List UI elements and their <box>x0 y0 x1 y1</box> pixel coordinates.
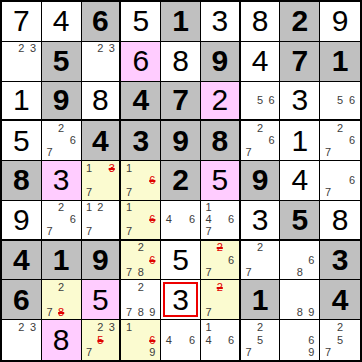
candidate-2: 2 <box>334 122 346 134</box>
cell-r1c8[interactable]: 2 <box>280 2 320 42</box>
given-digit: 4 <box>82 121 120 160</box>
cell-r2c2[interactable]: 5 <box>42 42 82 82</box>
cell-r8c4[interactable]: 2789 <box>121 280 161 320</box>
cell-r2c5[interactable]: 8 <box>161 42 201 82</box>
pencil-marks: 267 <box>241 121 280 160</box>
pencil-marks: 23 <box>2 42 41 81</box>
cell-r2c3[interactable]: 23 <box>82 42 122 82</box>
candidate-1: 1 <box>84 162 95 174</box>
eliminated-candidate-2: 2 <box>214 281 225 293</box>
candidate-4: 4 <box>203 214 214 226</box>
cell-r4c3[interactable]: 4 <box>82 121 122 161</box>
candidate-5: 5 <box>334 334 346 347</box>
pencil-marks: 67 <box>320 161 360 200</box>
given-digit: 9 <box>161 121 200 160</box>
candidate-6: 6 <box>306 254 318 266</box>
candidate-7: 7 <box>322 346 334 359</box>
cell-r5c9[interactable]: 67 <box>320 161 360 201</box>
cell-r2c6[interactable]: 9 <box>201 42 241 82</box>
cell-r5c3[interactable]: 137 <box>82 161 122 201</box>
candidate-6: 6 <box>186 334 198 347</box>
cell-r5c4[interactable]: 167 <box>121 161 161 201</box>
given-digit: 7 <box>280 42 319 81</box>
cell-r4c4[interactable]: 3 <box>121 121 161 161</box>
cell-r9c8[interactable]: 69 <box>280 320 320 360</box>
candidate-7: 7 <box>322 147 334 159</box>
candidate-1: 1 <box>123 202 135 214</box>
solved-digit: 3 <box>42 161 81 200</box>
pencil-marks: 257 <box>320 320 360 360</box>
candidate-6: 6 <box>67 214 79 226</box>
pencil-marks: 2789 <box>121 280 160 319</box>
candidate-2: 2 <box>16 321 28 334</box>
candidate-7: 7 <box>123 306 135 318</box>
given-digit: 8 <box>201 121 239 160</box>
cell-r9c2[interactable]: 8 <box>42 320 82 360</box>
cell-r1c6[interactable]: 3 <box>201 2 241 42</box>
given-digit: 9 <box>201 42 239 81</box>
candidate-3: 3 <box>106 321 117 334</box>
cell-r6c3[interactable]: 127 <box>82 201 122 241</box>
cell-r8c9[interactable]: 4 <box>320 280 360 320</box>
given-digit: 2 <box>280 2 319 41</box>
cell-r4c5[interactable]: 9 <box>161 121 201 161</box>
candidate-2: 2 <box>254 122 266 134</box>
pencil-marks: 27 <box>241 241 280 280</box>
pencil-marks: 27 <box>201 280 239 319</box>
solved-digit: 9 <box>320 2 360 41</box>
pencil-marks: 23 <box>2 320 41 360</box>
pencil-marks: 23 <box>82 42 120 81</box>
cell-r8c7[interactable]: 1 <box>241 280 281 320</box>
candidate-5: 5 <box>254 94 266 106</box>
eliminated-candidate-6: 6 <box>147 334 159 347</box>
given-digit: 5 <box>280 201 319 239</box>
candidate-2: 2 <box>55 122 67 134</box>
cell-r2c8[interactable]: 7 <box>280 42 320 82</box>
cell-r7c9[interactable]: 3 <box>320 241 360 281</box>
cell-r6c1[interactable]: 9 <box>2 201 42 241</box>
cell-r3c1[interactable]: 1 <box>2 82 42 122</box>
candidate-1: 1 <box>203 202 214 214</box>
candidate-7: 7 <box>243 346 255 359</box>
cell-r8c3[interactable]: 5 <box>82 280 122 320</box>
candidate-2: 2 <box>135 242 147 254</box>
candidate-6: 6 <box>346 174 358 186</box>
candidate-7: 7 <box>123 266 135 278</box>
cell-r5c2[interactable]: 3 <box>42 161 82 201</box>
cell-r1c4[interactable]: 5 <box>121 2 161 42</box>
given-digit: 3 <box>320 241 360 280</box>
given-digit: 9 <box>82 241 120 280</box>
cell-r1c9[interactable]: 9 <box>320 2 360 42</box>
given-digit: 1 <box>320 42 360 81</box>
candidate-9: 9 <box>147 346 159 359</box>
cell-r3c4[interactable]: 4 <box>121 82 161 122</box>
pencil-marks: 56 <box>320 82 360 120</box>
given-digit: 1 <box>161 2 200 41</box>
candidate-4: 4 <box>163 214 175 226</box>
solved-digit: 4 <box>280 161 319 200</box>
cell-r1c5[interactable]: 1 <box>161 2 201 42</box>
cell-r6c7[interactable]: 3 <box>241 201 281 241</box>
cell-r6c4[interactable]: 167 <box>121 201 161 241</box>
cell-r7c3[interactable]: 9 <box>82 241 122 281</box>
cell-r4c1[interactable]: 5 <box>2 121 42 161</box>
pencil-marks: 68 <box>280 241 319 280</box>
candidate-2: 2 <box>334 321 346 334</box>
given-digit: 3 <box>121 121 160 160</box>
candidate-7: 7 <box>84 187 95 199</box>
eliminated-candidate-6: 6 <box>147 174 159 186</box>
solved-digit: 8 <box>241 2 280 41</box>
solved-digit: 5 <box>82 280 120 319</box>
solved-digit: 5 <box>201 161 239 200</box>
given-digit: 2 <box>161 161 200 200</box>
pencil-marks: 169 <box>121 320 160 360</box>
pencil-marks: 137 <box>82 161 120 200</box>
cell-r8c6[interactable]: 27 <box>201 280 241 320</box>
eliminated-candidate-6: 6 <box>147 254 159 266</box>
cell-r1c3[interactable]: 6 <box>82 2 122 42</box>
eliminated-candidate-8: 8 <box>55 306 67 318</box>
pencil-marks: 69 <box>280 320 319 360</box>
solved-digit: 3 <box>201 2 239 41</box>
cell-r9c3[interactable]: 2357 <box>82 320 122 360</box>
cell-r6c6[interactable]: 1467 <box>201 201 241 241</box>
candidate-8: 8 <box>135 266 147 278</box>
cell-r3c3[interactable]: 8 <box>82 82 122 122</box>
pencil-marks: 267 <box>320 121 360 160</box>
cell-r1c7[interactable]: 8 <box>241 2 281 42</box>
cell-r5c8[interactable]: 4 <box>280 161 320 201</box>
candidate-3: 3 <box>27 43 39 55</box>
given-digit: 9 <box>241 161 280 200</box>
cell-r6c5[interactable]: 46 <box>161 201 201 241</box>
cell-r7c6[interactable]: 267 <box>201 241 241 281</box>
pencil-marks: 267 <box>201 241 239 280</box>
solved-digit: 3 <box>280 82 319 120</box>
given-digit: 4 <box>2 241 41 280</box>
candidate-4: 4 <box>163 334 175 347</box>
cell-r5c6[interactable]: 5 <box>201 161 241 201</box>
candidate-7: 7 <box>44 306 56 318</box>
cell-r7c1[interactable]: 4 <box>2 241 42 281</box>
cell-r3c8[interactable]: 3 <box>280 82 320 122</box>
candidate-7: 7 <box>243 147 255 159</box>
eliminated-candidate-2: 2 <box>214 242 225 254</box>
candidate-3: 3 <box>27 321 39 334</box>
given-digit: 7 <box>161 82 200 120</box>
solved-digit: 7 <box>2 2 41 41</box>
candidate-7: 7 <box>322 187 334 199</box>
pencil-marks: 56 <box>241 82 280 120</box>
candidate-6: 6 <box>346 94 358 106</box>
pencil-marks: 167 <box>121 201 160 239</box>
cell-r3c9[interactable]: 56 <box>320 82 360 122</box>
cell-r8c5[interactable]: 3 <box>161 280 201 320</box>
candidate-1: 1 <box>123 321 135 334</box>
cell-r8c8[interactable]: 89 <box>280 280 320 320</box>
candidate-5: 5 <box>254 334 266 347</box>
pencil-marks: 257 <box>241 320 280 360</box>
cell-r2c9[interactable]: 1 <box>320 42 360 82</box>
pencil-marks: 267 <box>42 201 81 239</box>
solved-digit: 5 <box>121 2 160 41</box>
solved-digit: 6 <box>121 42 160 81</box>
pencil-marks: 2357 <box>82 320 120 360</box>
cell-r5c7[interactable]: 9 <box>241 161 281 201</box>
solved-digit: 4 <box>42 2 81 41</box>
cell-r3c5[interactable]: 7 <box>161 82 201 122</box>
candidate-7: 7 <box>203 226 214 238</box>
cell-r5c1[interactable]: 8 <box>2 161 42 201</box>
candidate-6: 6 <box>266 135 278 147</box>
candidate-7: 7 <box>123 187 135 199</box>
solved-digit: 4 <box>241 42 280 81</box>
solved-digit: 8 <box>320 201 360 239</box>
candidate-7: 7 <box>84 346 95 359</box>
cell-r3c2[interactable]: 9 <box>42 82 82 122</box>
candidate-7: 7 <box>243 266 255 278</box>
cell-r8c1[interactable]: 6 <box>2 280 42 320</box>
given-digit: 4 <box>320 280 360 319</box>
candidate-1: 1 <box>203 321 214 334</box>
pencil-marks: 46 <box>161 320 200 360</box>
pencil-marks: 1467 <box>201 201 239 239</box>
candidate-3: 3 <box>106 43 117 55</box>
pencil-marks: 46 <box>161 201 200 239</box>
candidate-6: 6 <box>346 135 358 147</box>
candidate-8: 8 <box>135 306 147 318</box>
given-digit: 5 <box>42 42 81 81</box>
given-digit: 1 <box>42 241 81 280</box>
cell-r7c4[interactable]: 2678 <box>121 241 161 281</box>
cell-r7c8[interactable]: 68 <box>280 241 320 281</box>
candidate-2: 2 <box>95 321 106 334</box>
candidate-7: 7 <box>44 147 56 159</box>
cell-r6c2[interactable]: 267 <box>42 201 82 241</box>
candidate-1: 1 <box>123 162 135 174</box>
given-digit: 8 <box>2 161 41 200</box>
candidate-8: 8 <box>294 266 306 278</box>
cell-r9c5[interactable]: 46 <box>161 320 201 360</box>
cell-r4c9[interactable]: 267 <box>320 121 360 161</box>
pencil-marks: 146 <box>201 320 239 360</box>
cell-r2c4[interactable]: 6 <box>121 42 161 82</box>
given-digit: 4 <box>121 82 160 120</box>
pencil-marks: 267 <box>42 121 81 160</box>
cell-r8c2[interactable]: 278 <box>42 280 82 320</box>
cell-r9c7[interactable]: 257 <box>241 320 281 360</box>
candidate-2: 2 <box>55 202 67 214</box>
cell-r4c7[interactable]: 267 <box>241 121 281 161</box>
solved-digit: 1 <box>2 82 41 120</box>
candidate-9: 9 <box>147 306 159 318</box>
candidate-7: 7 <box>203 306 214 318</box>
cell-r1c2[interactable]: 4 <box>42 2 82 42</box>
pencil-marks: 127 <box>82 201 120 239</box>
solved-digit: 9 <box>2 201 41 239</box>
given-digit: 1 <box>241 280 280 319</box>
cell-r6c9[interactable]: 8 <box>320 201 360 241</box>
cell-r9c9[interactable]: 257 <box>320 320 360 360</box>
pencil-marks: 89 <box>280 280 319 319</box>
candidate-6: 6 <box>186 214 198 226</box>
cell-r7c2[interactable]: 1 <box>42 241 82 281</box>
candidate-2: 2 <box>55 281 67 293</box>
cell-r5c5[interactable]: 2 <box>161 161 201 201</box>
candidate-7: 7 <box>44 226 56 238</box>
cell-r4c2[interactable]: 267 <box>42 121 82 161</box>
pencil-marks: 2678 <box>121 241 160 280</box>
cell-r6c8[interactable]: 5 <box>280 201 320 241</box>
cell-r9c6[interactable]: 146 <box>201 320 241 360</box>
eliminated-candidate-3: 3 <box>106 162 117 174</box>
candidate-7: 7 <box>123 226 135 238</box>
cell-r4c8[interactable]: 1 <box>280 121 320 161</box>
cell-r3c7[interactable]: 56 <box>241 82 281 122</box>
eliminated-candidate-5: 5 <box>95 334 106 347</box>
candidate-1: 1 <box>84 202 95 214</box>
candidate-2: 2 <box>135 281 147 293</box>
candidate-9: 9 <box>306 346 318 359</box>
given-digit: 9 <box>42 82 81 120</box>
candidate-6: 6 <box>225 254 236 266</box>
candidate-6: 6 <box>266 94 278 106</box>
solved-digit: 5 <box>161 241 200 280</box>
cell-r2c7[interactable]: 4 <box>241 42 281 82</box>
cell-r9c1[interactable]: 23 <box>2 320 42 360</box>
candidate-4: 4 <box>203 334 214 347</box>
pencil-marks: 278 <box>42 280 81 319</box>
cell-r1c1[interactable]: 7 <box>2 2 42 42</box>
candidate-5: 5 <box>334 94 346 106</box>
solved-digit: 3 <box>161 280 200 319</box>
candidate-7: 7 <box>84 226 95 238</box>
cell-r7c5[interactable]: 5 <box>161 241 201 281</box>
solved-digit: 3 <box>241 201 280 239</box>
cell-r2c1[interactable]: 23 <box>2 42 42 82</box>
pencil-marks: 167 <box>121 161 160 200</box>
eliminated-candidate-6: 6 <box>147 214 159 226</box>
candidate-2: 2 <box>16 43 28 55</box>
candidate-9: 9 <box>306 306 318 318</box>
candidate-6: 6 <box>67 135 79 147</box>
cell-r7c7[interactable]: 27 <box>241 241 281 281</box>
solved-digit: 5 <box>2 121 41 160</box>
candidate-6: 6 <box>225 334 236 347</box>
candidate-6: 6 <box>225 214 236 226</box>
candidate-2: 2 <box>95 43 106 55</box>
candidate-2: 2 <box>254 321 266 334</box>
sudoku-board: 7465138292352368947119847256356526743982… <box>0 0 362 362</box>
candidate-7: 7 <box>203 266 214 278</box>
given-digit: 6 <box>2 280 41 319</box>
given-digit: 6 <box>82 2 120 41</box>
candidate-8: 8 <box>294 306 306 318</box>
cell-r4c6[interactable]: 8 <box>201 121 241 161</box>
solved-digit: 8 <box>161 42 200 81</box>
candidate-2: 2 <box>254 242 266 254</box>
cell-r9c4[interactable]: 169 <box>121 320 161 360</box>
cell-r3c6[interactable]: 2 <box>201 82 241 122</box>
solved-digit: 8 <box>42 320 81 360</box>
solved-digit: 2 <box>201 82 239 120</box>
solved-digit: 1 <box>280 121 319 160</box>
candidate-6: 6 <box>306 334 318 347</box>
candidate-2: 2 <box>95 202 106 214</box>
solved-digit: 8 <box>82 82 120 120</box>
